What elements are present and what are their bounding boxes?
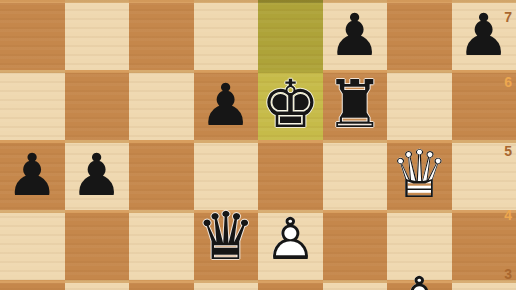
black-pawn-glyph: ♟ [194, 70, 259, 140]
piece-black-pawn-f7[interactable]: ♟ [323, 0, 388, 70]
square-f3[interactable] [323, 280, 388, 290]
square-f5[interactable] [323, 140, 388, 210]
square-b6[interactable] [65, 70, 130, 140]
square-b3[interactable] [65, 280, 130, 290]
rank-label-7: 7 [504, 9, 512, 25]
square-e5[interactable] [258, 140, 323, 210]
black-pawn-glyph: ♟ [65, 140, 130, 210]
black-queen-glyph: ♛ [194, 202, 259, 272]
piece-white-pawn-g3[interactable]: ♟♙ [387, 263, 452, 290]
square-d7[interactable] [194, 0, 259, 70]
square-a4[interactable] [0, 210, 65, 280]
piece-black-king-e6[interactable]: ♚ [258, 70, 323, 140]
square-a7[interactable] [0, 0, 65, 70]
piece-black-rook-f6[interactable]: ♜ [323, 70, 388, 140]
square-c4[interactable] [129, 210, 194, 280]
square-a6[interactable] [0, 70, 65, 140]
rank-label-4: 4 [504, 207, 512, 223]
rank-label-3: 3 [504, 266, 512, 282]
square-g6[interactable] [387, 70, 452, 140]
piece-black-pawn-d6[interactable]: ♟ [194, 70, 259, 140]
square-a3[interactable] [0, 280, 65, 290]
black-pawn-glyph: ♟ [0, 140, 65, 210]
piece-black-pawn-a5[interactable]: ♟ [0, 140, 65, 210]
rank-label-6: 6 [504, 74, 512, 90]
black-rook-glyph: ♜ [323, 70, 388, 140]
square-c3[interactable] [129, 280, 194, 290]
black-pawn-glyph: ♟ [323, 0, 388, 70]
black-king-glyph: ♚ [258, 70, 323, 140]
piece-black-pawn-b5[interactable]: ♟ [65, 140, 130, 210]
square-c6[interactable] [129, 70, 194, 140]
square-c5[interactable] [129, 140, 194, 210]
square-e7[interactable] [258, 0, 323, 70]
chess-board: ♟♟♟♚♜♟♟♛♕♛♟♙♟♙76543 [0, 0, 516, 290]
piece-white-queen-g5[interactable]: ♛♕ [387, 140, 452, 210]
rank-label-5: 5 [504, 143, 512, 159]
piece-black-queen-d4[interactable]: ♛ [194, 202, 259, 272]
square-g7[interactable] [387, 0, 452, 70]
white-pawn-glyph-outline: ♙ [258, 204, 323, 274]
piece-white-pawn-e4[interactable]: ♟♙ [258, 204, 323, 274]
square-d3[interactable] [194, 280, 259, 290]
square-e3[interactable] [258, 280, 323, 290]
white-queen-glyph-outline: ♕ [387, 140, 452, 210]
square-f4[interactable] [323, 210, 388, 280]
square-b7[interactable] [65, 0, 130, 70]
square-c7[interactable] [129, 0, 194, 70]
square-b4[interactable] [65, 210, 130, 280]
white-pawn-glyph-outline: ♙ [387, 263, 452, 290]
